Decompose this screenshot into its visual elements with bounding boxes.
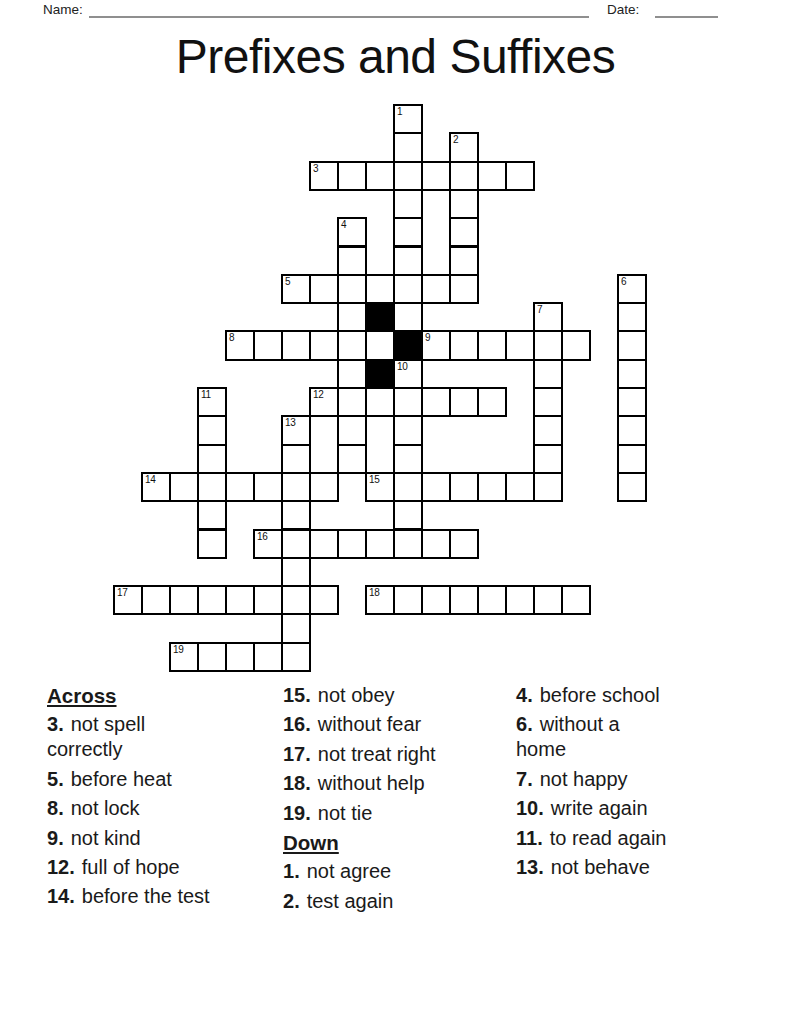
cell-r17c2[interactable]: [169, 585, 199, 615]
cell-r7c15[interactable]: 7: [533, 302, 563, 332]
cell-r5c10[interactable]: [393, 246, 423, 276]
clue-number: 2: [283, 890, 300, 912]
cell-r17c14[interactable]: [505, 585, 535, 615]
clue-column-3: 4before school6without a home7not happy1…: [516, 683, 716, 884]
clue-number: 12: [47, 856, 75, 878]
grid-number-5: 5: [285, 276, 290, 288]
cell-r10c9[interactable]: [365, 387, 395, 417]
cell-r13c7[interactable]: [309, 472, 339, 502]
cell-r17c5[interactable]: [253, 585, 283, 615]
grid-number-11: 11: [201, 389, 211, 401]
cell-r15c10[interactable]: [393, 529, 423, 559]
cell-r8c14[interactable]: [505, 330, 535, 360]
clue-across-9: 9not kind: [47, 826, 281, 851]
clue-down-13: 13not behave: [516, 855, 716, 880]
cell-r19c6[interactable]: [281, 642, 311, 672]
cell-r11c8[interactable]: [337, 415, 367, 445]
cell-r8c11[interactable]: 9: [421, 330, 451, 360]
crossword-grid: 12345678910111213141516171819: [114, 105, 647, 672]
cell-r13c1[interactable]: 14: [141, 472, 171, 502]
cell-r17c0[interactable]: 17: [113, 585, 143, 615]
cell-r2c7[interactable]: 3: [309, 161, 339, 191]
clue-number: 10: [516, 797, 544, 819]
cell-r13c12[interactable]: [449, 472, 479, 502]
clue-text: to read again: [550, 827, 667, 849]
clue-across-5: 5before heat: [47, 767, 281, 792]
cell-r8c9[interactable]: [365, 330, 395, 360]
cell-r11c6[interactable]: 13: [281, 415, 311, 445]
clue-number: 11: [516, 827, 543, 849]
cell-r12c18[interactable]: [617, 444, 647, 474]
clue-text: test again: [307, 890, 394, 912]
cell-r10c12[interactable]: [449, 387, 479, 417]
cell-r6c8[interactable]: [337, 274, 367, 304]
clue-across-14: 14before the test: [47, 884, 281, 909]
cell-r11c18[interactable]: [617, 415, 647, 445]
cell-r4c12[interactable]: [449, 217, 479, 247]
cell-r11c10[interactable]: [393, 415, 423, 445]
cell-r12c10[interactable]: [393, 444, 423, 474]
cell-r11c3[interactable]: [197, 415, 227, 445]
clue-text: not behave: [551, 856, 650, 878]
cell-r14c6[interactable]: [281, 500, 311, 530]
grid-number-9: 9: [425, 332, 430, 344]
cell-r13c14[interactable]: [505, 472, 535, 502]
cell-r2c10[interactable]: [393, 161, 423, 191]
cell-r13c5[interactable]: [253, 472, 283, 502]
cell-r2c9[interactable]: [365, 161, 395, 191]
clue-text: not obey: [318, 684, 395, 706]
clue-number: 18: [283, 772, 311, 794]
cell-r2c12[interactable]: [449, 161, 479, 191]
cell-r15c12[interactable]: [449, 529, 479, 559]
cell-r13c10[interactable]: [393, 472, 423, 502]
black-cell-r7c9: [365, 302, 395, 332]
cell-r5c8[interactable]: [337, 246, 367, 276]
cell-r12c15[interactable]: [533, 444, 563, 474]
cell-r3c12[interactable]: [449, 189, 479, 219]
clue-text: full of hope: [82, 856, 180, 878]
clue-number: 5: [47, 768, 64, 790]
cell-r6c7[interactable]: [309, 274, 339, 304]
cell-r14c3[interactable]: [197, 500, 227, 530]
clue-down-2: 2test again: [283, 889, 505, 914]
grid-number-1: 1: [397, 106, 402, 118]
cell-r1c10[interactable]: [393, 132, 423, 162]
cell-r13c3[interactable]: [197, 472, 227, 502]
cell-r17c16[interactable]: [561, 585, 591, 615]
clue-number: 15: [283, 684, 311, 706]
clue-number: 9: [47, 827, 64, 849]
cell-r6c12[interactable]: [449, 274, 479, 304]
cell-r17c15[interactable]: [533, 585, 563, 615]
clue-across-12: 12full of hope: [47, 855, 281, 880]
cell-r3c10[interactable]: [393, 189, 423, 219]
cell-r17c3[interactable]: [197, 585, 227, 615]
clue-text: not lock: [71, 797, 140, 819]
cell-r2c8[interactable]: [337, 161, 367, 191]
cell-r17c11[interactable]: [421, 585, 451, 615]
page-title: Prefixes and Suffixes: [0, 33, 791, 81]
clue-across-19: 19not tie: [283, 801, 505, 826]
cell-r13c18[interactable]: [617, 472, 647, 502]
black-cell-r9c9: [365, 359, 395, 389]
cell-r8c15[interactable]: [533, 330, 563, 360]
cell-r2c13[interactable]: [477, 161, 507, 191]
clue-down-7: 7not happy: [516, 767, 716, 792]
cell-r7c8[interactable]: [337, 302, 367, 332]
grid-number-4: 4: [341, 219, 346, 231]
clue-column-1: Across3not spell correctly5before heat8n…: [47, 683, 281, 914]
cell-r8c18[interactable]: [617, 330, 647, 360]
cell-r10c10[interactable]: [393, 387, 423, 417]
clue-across-8: 8not lock: [47, 796, 281, 821]
clue-text: not tie: [318, 802, 372, 824]
date-write-line[interactable]: [655, 3, 718, 18]
cell-r13c9[interactable]: 15: [365, 472, 395, 502]
cell-r9c15[interactable]: [533, 359, 563, 389]
clue-text: without fear: [318, 713, 421, 735]
cell-r10c18[interactable]: [617, 387, 647, 417]
cell-r17c4[interactable]: [225, 585, 255, 615]
cell-r13c11[interactable]: [421, 472, 451, 502]
clue-number: 8: [47, 797, 64, 819]
cell-r18c6[interactable]: [281, 613, 311, 643]
cell-r10c15[interactable]: [533, 387, 563, 417]
worksheet-page: Name: Date: Prefixes and Suffixes 123456…: [0, 0, 791, 1024]
clue-down-10: 10write again: [516, 796, 716, 821]
cell-r15c8[interactable]: [337, 529, 367, 559]
cell-r2c14[interactable]: [505, 161, 535, 191]
cell-r17c10[interactable]: [393, 585, 423, 615]
clue-number: 16: [283, 713, 311, 735]
clue-across-17: 17not treat right: [283, 742, 505, 767]
grid-number-6: 6: [621, 276, 626, 288]
cell-r6c6[interactable]: 5: [281, 274, 311, 304]
clue-number: 17: [283, 743, 311, 765]
cell-r9c18[interactable]: [617, 359, 647, 389]
grid-number-16: 16: [257, 531, 268, 543]
cell-r6c11[interactable]: [421, 274, 451, 304]
cell-r15c9[interactable]: [365, 529, 395, 559]
cell-r15c5[interactable]: 16: [253, 529, 283, 559]
clue-text: without help: [318, 772, 425, 794]
black-cell-r8c10: [393, 330, 423, 360]
clue-number: 14: [47, 885, 75, 907]
name-write-line[interactable]: [89, 3, 589, 18]
clue-down-11: 11to read again: [516, 826, 716, 851]
clue-text: write again: [551, 797, 648, 819]
clue-number: 4: [516, 684, 533, 706]
cell-r13c6[interactable]: [281, 472, 311, 502]
cell-r6c10[interactable]: [393, 274, 423, 304]
cell-r8c12[interactable]: [449, 330, 479, 360]
cell-r8c4[interactable]: 8: [225, 330, 255, 360]
grid-number-2: 2: [453, 134, 458, 146]
cell-r19c5[interactable]: [253, 642, 283, 672]
cell-r2c11[interactable]: [421, 161, 451, 191]
clue-number: 6: [516, 713, 533, 735]
grid-number-3: 3: [313, 163, 318, 175]
clue-across-18: 18without help: [283, 771, 505, 796]
clue-number: 19: [283, 802, 311, 824]
clue-column-2: 15not obey16without fear17not treat righ…: [283, 683, 505, 918]
cell-r17c7[interactable]: [309, 585, 339, 615]
cell-r14c10[interactable]: [393, 500, 423, 530]
clue-number: 7: [516, 768, 533, 790]
clue-number: 1: [283, 860, 300, 882]
cell-r8c6[interactable]: [281, 330, 311, 360]
grid-number-15: 15: [369, 474, 380, 486]
cell-r1c12[interactable]: 2: [449, 132, 479, 162]
cell-r10c13[interactable]: [477, 387, 507, 417]
cell-r5c12[interactable]: [449, 246, 479, 276]
cell-r8c13[interactable]: [477, 330, 507, 360]
grid-number-17: 17: [117, 587, 128, 599]
cell-r13c15[interactable]: [533, 472, 563, 502]
cell-r12c8[interactable]: [337, 444, 367, 474]
cell-r0c10[interactable]: 1: [393, 104, 423, 134]
cell-r17c13[interactable]: [477, 585, 507, 615]
clue-text: not happy: [540, 768, 628, 790]
cell-r6c9[interactable]: [365, 274, 395, 304]
clue-across-16: 16without fear: [283, 712, 505, 737]
cell-r19c4[interactable]: [225, 642, 255, 672]
down-heading: Down: [283, 830, 505, 855]
cell-r4c8[interactable]: 4: [337, 217, 367, 247]
clue-text: before the test: [82, 885, 210, 907]
clue-text: not kind: [71, 827, 141, 849]
clue-down-6: 6without a home: [516, 712, 716, 762]
cell-r15c6[interactable]: [281, 529, 311, 559]
cell-r4c10[interactable]: [393, 217, 423, 247]
cell-r10c3[interactable]: 11: [197, 387, 227, 417]
cell-r8c5[interactable]: [253, 330, 283, 360]
cell-r9c10[interactable]: 10: [393, 359, 423, 389]
clue-number: 3: [47, 713, 64, 735]
cell-r11c15[interactable]: [533, 415, 563, 445]
cell-r8c7[interactable]: [309, 330, 339, 360]
cell-r15c11[interactable]: [421, 529, 451, 559]
cell-r15c7[interactable]: [309, 529, 339, 559]
cell-r17c12[interactable]: [449, 585, 479, 615]
clue-text: before school: [540, 684, 660, 706]
clue-text: not treat right: [318, 743, 436, 765]
clue-text: not agree: [307, 860, 392, 882]
clue-down-4: 4before school: [516, 683, 716, 708]
cell-r10c11[interactable]: [421, 387, 451, 417]
cell-r19c2[interactable]: 19: [169, 642, 199, 672]
cell-r12c3[interactable]: [197, 444, 227, 474]
grid-number-14: 14: [145, 474, 156, 486]
name-label: Name:: [43, 2, 83, 17]
cell-r7c10[interactable]: [393, 302, 423, 332]
clue-across-3: 3not spell correctly: [47, 712, 281, 762]
clue-across-15: 15not obey: [283, 683, 505, 708]
cell-r17c9[interactable]: 18: [365, 585, 395, 615]
cell-r15c3[interactable]: [197, 529, 227, 559]
cell-r16c6[interactable]: [281, 557, 311, 587]
cell-r7c18[interactable]: [617, 302, 647, 332]
grid-number-18: 18: [369, 587, 380, 599]
grid-number-13: 13: [285, 417, 296, 429]
cell-r8c16[interactable]: [561, 330, 591, 360]
clue-number: 13: [516, 856, 544, 878]
cell-r9c8[interactable]: [337, 359, 367, 389]
grid-number-10: 10: [397, 361, 408, 373]
cell-r13c4[interactable]: [225, 472, 255, 502]
cell-r6c18[interactable]: 6: [617, 274, 647, 304]
cell-r19c3[interactable]: [197, 642, 227, 672]
cell-r10c8[interactable]: [337, 387, 367, 417]
grid-number-7: 7: [537, 304, 542, 316]
clue-text: before heat: [71, 768, 172, 790]
cell-r17c1[interactable]: [141, 585, 171, 615]
cell-r8c8[interactable]: [337, 330, 367, 360]
grid-number-19: 19: [173, 644, 184, 656]
clue-down-1: 1not agree: [283, 859, 505, 884]
grid-number-12: 12: [313, 389, 324, 401]
grid-number-8: 8: [229, 332, 234, 344]
cell-r17c6[interactable]: [281, 585, 311, 615]
cell-r13c13[interactable]: [477, 472, 507, 502]
cell-r10c7[interactable]: 12: [309, 387, 339, 417]
date-label: Date:: [607, 2, 639, 17]
cell-r12c6[interactable]: [281, 444, 311, 474]
across-heading: Across: [47, 683, 281, 708]
cell-r13c2[interactable]: [169, 472, 199, 502]
